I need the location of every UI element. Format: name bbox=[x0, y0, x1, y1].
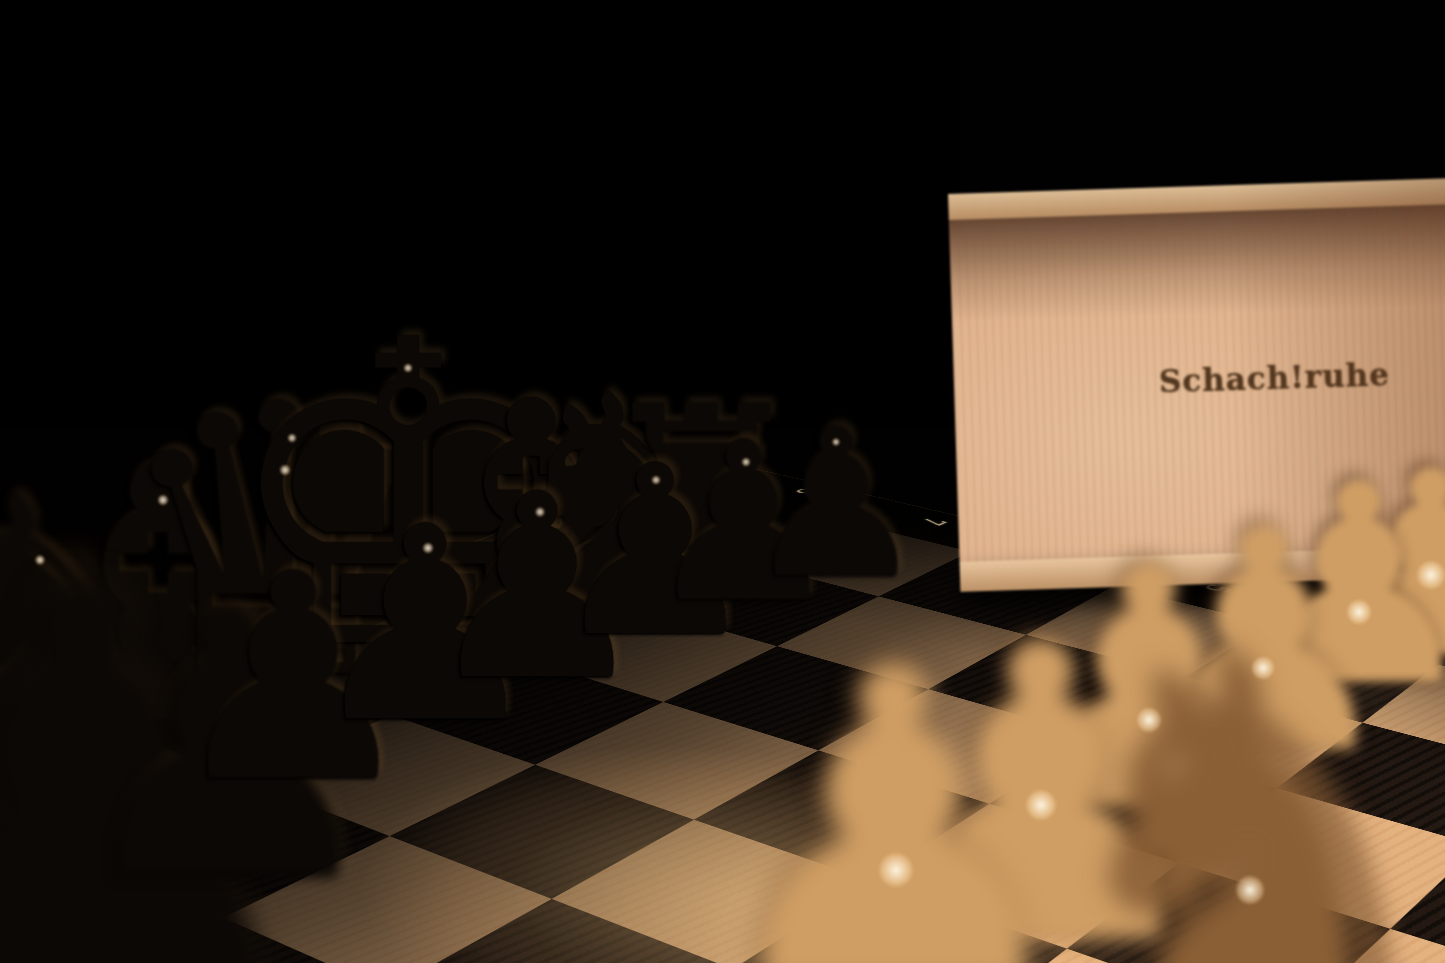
specular-highlight bbox=[280, 465, 291, 476]
chess-photo-stage: 87654321 Schach!ruhe ♜♞♝♛♚♝♞♜♟♟♟♟♟♟♟♟♟♟♟… bbox=[0, 0, 1445, 963]
specular-highlight bbox=[158, 495, 169, 506]
specular-highlight bbox=[652, 476, 661, 485]
specular-highlight bbox=[404, 364, 413, 373]
specular-highlight bbox=[535, 507, 545, 517]
specular-highlight bbox=[832, 438, 840, 446]
specular-highlight bbox=[1416, 560, 1445, 590]
glints-layer bbox=[0, 0, 1445, 963]
specular-highlight bbox=[878, 852, 914, 888]
specular-highlight bbox=[1025, 789, 1057, 821]
specular-highlight bbox=[742, 458, 751, 467]
specular-highlight bbox=[1235, 875, 1265, 905]
specular-highlight bbox=[423, 543, 434, 554]
specular-highlight bbox=[35, 555, 45, 565]
specular-highlight bbox=[1136, 707, 1162, 733]
specular-highlight bbox=[288, 434, 297, 443]
specular-highlight bbox=[1346, 599, 1372, 625]
specular-highlight bbox=[1251, 656, 1275, 680]
